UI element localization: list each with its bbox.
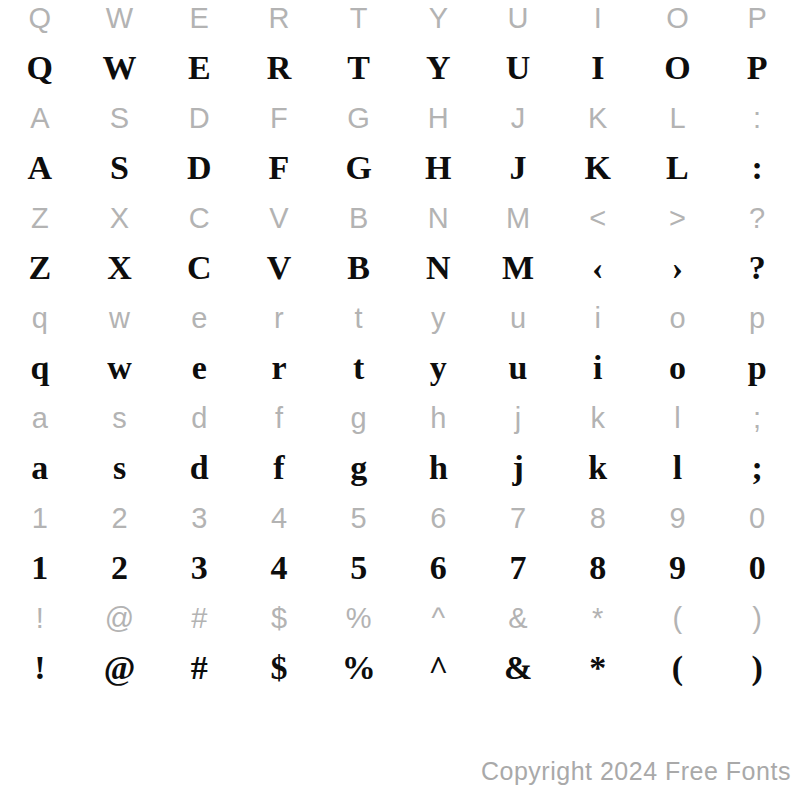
sample-glyph-cell: 9: [638, 543, 718, 593]
sample-glyph-cell: @: [80, 643, 160, 693]
reference-glyph-cell: j: [478, 393, 558, 443]
sample-glyph-cell: B: [319, 243, 399, 293]
sample-glyph-cell: W: [80, 43, 160, 93]
sample-glyph-cell: F: [239, 143, 319, 193]
reference-glyph-cell: e: [159, 293, 239, 343]
reference-glyph-cell: ^: [398, 593, 478, 643]
reference-glyph-cell: N: [398, 193, 478, 243]
reference-glyph-cell: I: [558, 0, 638, 43]
reference-glyph-cell: r: [239, 293, 319, 343]
sample-glyph-cell: q: [0, 343, 80, 393]
reference-glyph-cell: 3: [159, 493, 239, 543]
reference-glyph-cell: d: [159, 393, 239, 443]
character-map-grid: QWERTYUIOPQWERTYUIOPASDFGHJKL:ASDFGHJKL:…: [0, 0, 797, 693]
sample-glyph-cell: 5: [319, 543, 399, 593]
reference-glyph-cell: ;: [717, 393, 797, 443]
reference-glyph-cell: X: [80, 193, 160, 243]
sample-glyph-cell: L: [638, 143, 718, 193]
reference-glyph-cell: k: [558, 393, 638, 443]
reference-glyph-cell: 2: [80, 493, 160, 543]
reference-glyph-cell: (: [638, 593, 718, 643]
reference-glyph-cell: A: [0, 93, 80, 143]
sample-glyph-cell: R: [239, 43, 319, 93]
sample-glyph-cell: ^: [398, 643, 478, 693]
sample-glyph-cell: 8: [558, 543, 638, 593]
sample-glyph-cell: H: [398, 143, 478, 193]
sample-glyph-cell: N: [398, 243, 478, 293]
sample-glyph-cell: p: [717, 343, 797, 393]
reference-glyph-cell: p: [717, 293, 797, 343]
reference-glyph-cell: *: [558, 593, 638, 643]
reference-glyph-cell: Q: [0, 0, 80, 43]
reference-glyph-cell: g: [319, 393, 399, 443]
reference-glyph-cell: F: [239, 93, 319, 143]
reference-glyph-cell: w: [80, 293, 160, 343]
sample-glyph-cell: t: [319, 343, 399, 393]
sample-glyph-cell: :: [717, 143, 797, 193]
sample-glyph-cell: $: [239, 643, 319, 693]
sample-glyph-cell: %: [319, 643, 399, 693]
reference-glyph-cell: 5: [319, 493, 399, 543]
copyright-watermark: Copyright 2024 Free Fonts: [481, 757, 791, 786]
sample-glyph-cell: #: [159, 643, 239, 693]
sample-glyph-cell: l: [638, 443, 718, 493]
reference-glyph-cell: S: [80, 93, 160, 143]
sample-glyph-cell: u: [478, 343, 558, 393]
sample-glyph-cell: ‹: [558, 243, 638, 293]
sample-glyph-cell: (: [638, 643, 718, 693]
sample-glyph-cell: T: [319, 43, 399, 93]
reference-glyph-cell: M: [478, 193, 558, 243]
sample-glyph-cell: f: [239, 443, 319, 493]
reference-glyph-cell: h: [398, 393, 478, 443]
sample-glyph-cell: ;: [717, 443, 797, 493]
reference-glyph-cell: ): [717, 593, 797, 643]
sample-glyph-cell: A: [0, 143, 80, 193]
reference-glyph-cell: 9: [638, 493, 718, 543]
reference-glyph-cell: U: [478, 0, 558, 43]
reference-glyph-cell: 7: [478, 493, 558, 543]
reference-glyph-cell: f: [239, 393, 319, 443]
sample-glyph-cell: w: [80, 343, 160, 393]
sample-glyph-cell: C: [159, 243, 239, 293]
reference-glyph-cell: y: [398, 293, 478, 343]
sample-glyph-cell: s: [80, 443, 160, 493]
sample-glyph-cell: 7: [478, 543, 558, 593]
sample-glyph-cell: 2: [80, 543, 160, 593]
font-specimen-page: QWERTYUIOPQWERTYUIOPASDFGHJKL:ASDFGHJKL:…: [0, 0, 800, 800]
reference-glyph-cell: D: [159, 93, 239, 143]
reference-glyph-cell: :: [717, 93, 797, 143]
sample-glyph-cell: !: [0, 643, 80, 693]
reference-glyph-cell: R: [239, 0, 319, 43]
reference-glyph-cell: T: [319, 0, 399, 43]
sample-glyph-cell: D: [159, 143, 239, 193]
sample-glyph-cell: M: [478, 243, 558, 293]
reference-glyph-cell: s: [80, 393, 160, 443]
reference-glyph-cell: 6: [398, 493, 478, 543]
reference-glyph-cell: J: [478, 93, 558, 143]
reference-glyph-cell: 4: [239, 493, 319, 543]
reference-glyph-cell: L: [638, 93, 718, 143]
sample-glyph-cell: o: [638, 343, 718, 393]
sample-glyph-cell: ?: [717, 243, 797, 293]
reference-glyph-cell: <: [558, 193, 638, 243]
sample-glyph-cell: K: [558, 143, 638, 193]
reference-glyph-cell: V: [239, 193, 319, 243]
sample-glyph-cell: a: [0, 443, 80, 493]
sample-glyph-cell: Q: [0, 43, 80, 93]
reference-glyph-cell: B: [319, 193, 399, 243]
reference-glyph-cell: !: [0, 593, 80, 643]
sample-glyph-cell: I: [558, 43, 638, 93]
reference-glyph-cell: #: [159, 593, 239, 643]
sample-glyph-cell: X: [80, 243, 160, 293]
reference-glyph-cell: 1: [0, 493, 80, 543]
sample-glyph-cell: g: [319, 443, 399, 493]
reference-glyph-cell: K: [558, 93, 638, 143]
reference-glyph-cell: 8: [558, 493, 638, 543]
reference-glyph-cell: $: [239, 593, 319, 643]
sample-glyph-cell: ): [717, 643, 797, 693]
reference-glyph-cell: >: [638, 193, 718, 243]
sample-glyph-cell: k: [558, 443, 638, 493]
sample-glyph-cell: S: [80, 143, 160, 193]
reference-glyph-cell: t: [319, 293, 399, 343]
sample-glyph-cell: Z: [0, 243, 80, 293]
sample-glyph-cell: 4: [239, 543, 319, 593]
sample-glyph-cell: ›: [638, 243, 718, 293]
sample-glyph-cell: &: [478, 643, 558, 693]
reference-glyph-cell: Z: [0, 193, 80, 243]
sample-glyph-cell: Y: [398, 43, 478, 93]
reference-glyph-cell: E: [159, 0, 239, 43]
sample-glyph-cell: 3: [159, 543, 239, 593]
sample-glyph-cell: J: [478, 143, 558, 193]
sample-glyph-cell: 6: [398, 543, 478, 593]
reference-glyph-cell: o: [638, 293, 718, 343]
reference-glyph-cell: 0: [717, 493, 797, 543]
sample-glyph-cell: 0: [717, 543, 797, 593]
reference-glyph-cell: i: [558, 293, 638, 343]
sample-glyph-cell: j: [478, 443, 558, 493]
sample-glyph-cell: G: [319, 143, 399, 193]
reference-glyph-cell: O: [638, 0, 718, 43]
reference-glyph-cell: W: [80, 0, 160, 43]
reference-glyph-cell: ?: [717, 193, 797, 243]
sample-glyph-cell: h: [398, 443, 478, 493]
reference-glyph-cell: @: [80, 593, 160, 643]
sample-glyph-cell: U: [478, 43, 558, 93]
sample-glyph-cell: 1: [0, 543, 80, 593]
sample-glyph-cell: *: [558, 643, 638, 693]
reference-glyph-cell: q: [0, 293, 80, 343]
reference-glyph-cell: u: [478, 293, 558, 343]
reference-glyph-cell: %: [319, 593, 399, 643]
sample-glyph-cell: r: [239, 343, 319, 393]
reference-glyph-cell: G: [319, 93, 399, 143]
reference-glyph-cell: a: [0, 393, 80, 443]
reference-glyph-cell: P: [717, 0, 797, 43]
reference-glyph-cell: C: [159, 193, 239, 243]
reference-glyph-cell: Y: [398, 0, 478, 43]
sample-glyph-cell: e: [159, 343, 239, 393]
reference-glyph-cell: H: [398, 93, 478, 143]
sample-glyph-cell: V: [239, 243, 319, 293]
reference-glyph-cell: l: [638, 393, 718, 443]
sample-glyph-cell: d: [159, 443, 239, 493]
sample-glyph-cell: P: [717, 43, 797, 93]
sample-glyph-cell: i: [558, 343, 638, 393]
reference-glyph-cell: &: [478, 593, 558, 643]
sample-glyph-cell: y: [398, 343, 478, 393]
sample-glyph-cell: E: [159, 43, 239, 93]
sample-glyph-cell: O: [638, 43, 718, 93]
